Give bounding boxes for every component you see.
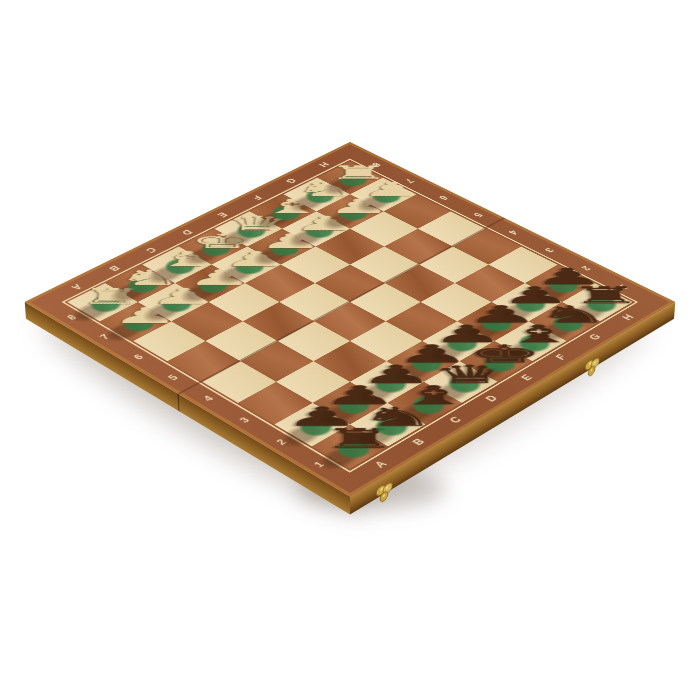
pawn-glyph: ♟ [381, 342, 485, 367]
pawn-glyph: ♟ [94, 304, 197, 326]
piece-shadow [385, 355, 442, 387]
felt-base [116, 311, 162, 336]
piece-shadow [349, 376, 407, 409]
piece-shadow [423, 376, 481, 409]
square-f2[interactable] [457, 302, 528, 341]
black-knight-b1[interactable]: ♞ [350, 403, 426, 447]
square-a4[interactable] [202, 361, 276, 403]
white-pawn-a7[interactable]: ♟ [100, 302, 171, 341]
pawn-glyph: ♟ [307, 383, 413, 409]
felt-base [367, 371, 414, 398]
square-c2[interactable] [350, 361, 424, 403]
felt-base [545, 311, 591, 336]
square-b1[interactable] [350, 403, 426, 447]
felt-base [330, 391, 378, 418]
square-d3[interactable] [350, 321, 422, 361]
piece-shadow [421, 335, 477, 366]
pawn-glyph: ♟ [268, 404, 375, 430]
knight-glyph: ♞ [521, 303, 625, 327]
rook-glyph: ♜ [306, 425, 414, 452]
felt-base [405, 391, 453, 418]
black-pawn-e2[interactable]: ♟ [422, 321, 494, 361]
piece-shadow [386, 397, 444, 431]
chess-board: AABBCCDDEEFFGGHH8877665544332211 ♜♞♝♚♛♝♞… [25, 142, 676, 497]
felt-base [441, 371, 488, 398]
brass-clasp-right [583, 352, 602, 383]
king-glyph: ♚ [453, 342, 558, 367]
black-queen-d1[interactable]: ♛ [424, 361, 498, 403]
square-a6[interactable] [133, 321, 205, 361]
square-b5[interactable] [206, 321, 278, 361]
knight-glyph: ♞ [344, 404, 451, 430]
black-knight-g1[interactable]: ♞ [529, 302, 600, 341]
black-bishop-c1[interactable]: ♝ [387, 382, 462, 425]
square-d2[interactable] [387, 341, 460, 382]
pawn-glyph: ♟ [451, 303, 554, 327]
square-a2[interactable] [274, 403, 350, 447]
felt-base [439, 330, 485, 356]
square-a7[interactable] [100, 302, 171, 341]
piece-shadow [311, 397, 370, 431]
square-a1[interactable] [312, 424, 388, 469]
felt-base [403, 350, 450, 376]
piece-shadow [457, 316, 513, 347]
black-pawn-f2[interactable]: ♟ [457, 302, 528, 341]
felt-base [476, 350, 523, 376]
black-pawn-a2[interactable]: ♟ [274, 403, 350, 447]
black-king-e1[interactable]: ♚ [460, 341, 533, 382]
queen-glyph: ♛ [417, 362, 523, 387]
felt-base [579, 292, 624, 317]
piece-shadow [348, 418, 407, 452]
black-rook-a1[interactable]: ♜ [312, 424, 388, 469]
square-a5[interactable] [167, 341, 240, 382]
piece-shadow [459, 355, 516, 387]
piece-shadow [310, 440, 370, 475]
board-side-face-numbers-edge [25, 302, 350, 515]
piece-shadow [272, 418, 331, 452]
pawn-glyph: ♟ [416, 322, 519, 346]
square-a3[interactable] [238, 382, 313, 425]
felt-base [329, 434, 378, 463]
piece-shadow [494, 335, 550, 366]
bishop-glyph: ♝ [381, 383, 487, 409]
felt-base [474, 311, 520, 336]
black-bishop-f1[interactable]: ♝ [494, 321, 566, 361]
square-e1[interactable] [460, 341, 533, 382]
square-e3[interactable] [386, 302, 457, 341]
bishop-glyph: ♝ [487, 322, 591, 346]
black-pawn-c2[interactable]: ♟ [350, 361, 424, 403]
square-b2[interactable] [313, 382, 388, 425]
square-f1[interactable] [494, 321, 566, 361]
felt-base [367, 413, 415, 441]
piece-shadow [529, 316, 584, 347]
pawn-glyph: ♟ [344, 362, 449, 387]
square-b6[interactable] [171, 302, 242, 341]
square-c4[interactable] [278, 321, 350, 361]
board-side-face-letters-edge [350, 302, 675, 515]
square-b4[interactable] [240, 341, 313, 382]
felt-base [292, 413, 340, 441]
square-g1[interactable] [529, 302, 600, 341]
square-c3[interactable] [313, 341, 386, 382]
fold-seam-side [178, 394, 180, 412]
square-e2[interactable] [422, 321, 494, 361]
square-c5[interactable] [243, 302, 314, 341]
square-b3[interactable] [276, 361, 350, 403]
photo-stage: AABBCCDDEEFFGGHH8877665544332211 ♜♞♝♚♛♝♞… [0, 0, 700, 700]
square-d4[interactable] [314, 302, 385, 341]
black-pawn-b2[interactable]: ♟ [313, 382, 388, 425]
square-c1[interactable] [387, 382, 462, 425]
piece-shadow [97, 316, 154, 347]
black-pawn-d2[interactable]: ♟ [387, 341, 460, 382]
square-d1[interactable] [424, 361, 498, 403]
felt-base [511, 330, 557, 356]
